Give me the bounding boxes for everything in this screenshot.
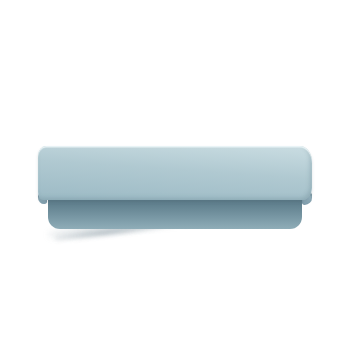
product-photo-canvas [0,0,350,350]
tray-top-surface [38,146,312,200]
ice-cube-tray [38,146,312,238]
cup-gap-shadow [48,196,302,229]
tray-front-cups [38,196,312,238]
